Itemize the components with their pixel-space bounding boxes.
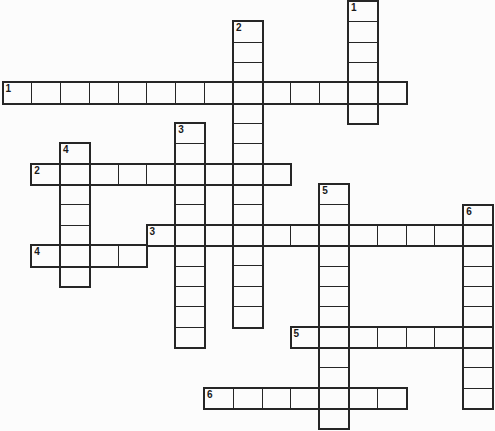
down-word-3: 3	[174, 122, 206, 349]
cell-r8-c9[interactable]	[263, 165, 291, 184]
cell-r4-c9[interactable]	[263, 83, 292, 102]
cell-r6-c8[interactable]	[234, 124, 262, 144]
cell-r4-c4[interactable]	[119, 83, 148, 102]
cell-r4-c0[interactable]: 1	[4, 83, 33, 102]
cell-r8-c2[interactable]	[61, 165, 89, 185]
clue-number-down-1: 1	[351, 2, 357, 13]
cell-r11-c11[interactable]	[320, 226, 348, 246]
clue-number-across-2: 2	[34, 165, 40, 176]
cell-r9-c6[interactable]	[176, 185, 204, 205]
cell-r12-c3[interactable]	[90, 246, 119, 265]
cell-r9-c11[interactable]: 5	[320, 185, 348, 205]
cell-r13-c8[interactable]	[234, 266, 262, 286]
cell-r8-c7[interactable]	[205, 165, 234, 184]
cell-r14-c6[interactable]	[176, 287, 204, 307]
down-word-6: 6	[462, 204, 494, 411]
cell-r11-c15[interactable]	[435, 226, 464, 245]
cell-r11-c16[interactable]	[464, 226, 492, 246]
cell-r11-c2[interactable]	[61, 226, 89, 246]
cell-r10-c11[interactable]	[320, 205, 348, 225]
cell-r1-c8[interactable]: 2	[234, 22, 262, 42]
cell-r5-c12[interactable]	[349, 104, 377, 123]
cell-r16-c11[interactable]	[320, 328, 348, 348]
cell-r7-c8[interactable]	[234, 144, 262, 164]
down-word-2: 2	[232, 20, 264, 328]
cell-r20-c11[interactable]	[320, 409, 348, 428]
down-word-5: 5	[318, 183, 350, 430]
cell-r16-c14[interactable]	[407, 328, 436, 347]
clue-number-down-4: 4	[63, 144, 69, 155]
cell-r11-c6[interactable]	[176, 226, 204, 246]
cell-r15-c6[interactable]	[176, 307, 204, 327]
cell-r4-c7[interactable]	[205, 83, 234, 102]
cell-r19-c11[interactable]	[320, 389, 348, 409]
cell-r15-c8[interactable]	[234, 307, 262, 326]
cell-r6-c6[interactable]: 3	[176, 124, 204, 144]
cell-r13-c6[interactable]	[176, 267, 204, 287]
clue-number-down-2: 2	[236, 22, 242, 33]
cell-r18-c11[interactable]	[320, 368, 348, 388]
cell-r16-c15[interactable]	[435, 328, 464, 347]
cell-r14-c11[interactable]	[320, 287, 348, 307]
cell-r19-c7[interactable]: 6	[205, 389, 234, 408]
cell-r4-c2[interactable]	[61, 83, 90, 102]
cell-r7-c6[interactable]	[176, 144, 204, 164]
cell-r17-c16[interactable]	[464, 348, 492, 368]
clue-number-across-5: 5	[294, 328, 300, 339]
cell-r4-c1[interactable]	[32, 83, 61, 102]
cell-r11-c10[interactable]	[291, 226, 320, 245]
cell-r8-c5[interactable]	[147, 165, 176, 184]
cell-r4-c6[interactable]	[176, 83, 205, 102]
cell-r10-c16[interactable]: 6	[464, 206, 492, 226]
cell-r16-c12[interactable]	[349, 328, 378, 347]
cell-r1-c12[interactable]	[349, 22, 377, 42]
cell-r8-c1[interactable]: 2	[32, 165, 61, 184]
cell-r13-c16[interactable]	[464, 267, 492, 287]
cell-r12-c2[interactable]	[61, 246, 89, 266]
cell-r2-c8[interactable]	[234, 43, 262, 63]
cell-r18-c16[interactable]	[464, 368, 492, 388]
cell-r17-c11[interactable]	[320, 348, 348, 368]
cell-r19-c12[interactable]	[349, 389, 378, 408]
cell-r12-c16[interactable]	[464, 246, 492, 266]
across-word-6: 6	[203, 387, 408, 410]
clue-number-down-5: 5	[322, 185, 328, 196]
cell-r16-c10[interactable]: 5	[292, 328, 321, 347]
cell-r4-c3[interactable]	[90, 83, 119, 102]
cell-r16-c6[interactable]	[176, 328, 204, 347]
cell-r11-c7[interactable]	[205, 226, 234, 245]
cell-r9-c8[interactable]	[234, 185, 262, 205]
cell-r10-c2[interactable]	[61, 205, 89, 225]
cell-r10-c6[interactable]	[176, 205, 204, 225]
cell-r10-c8[interactable]	[234, 205, 262, 225]
down-word-4: 4	[59, 142, 91, 287]
cell-r13-c11[interactable]	[320, 267, 348, 287]
cell-r12-c4[interactable]	[119, 246, 147, 265]
cell-r14-c16[interactable]	[464, 287, 492, 307]
cell-r12-c1[interactable]: 4	[32, 246, 61, 265]
cell-r8-c4[interactable]	[119, 165, 148, 184]
cell-r19-c13[interactable]	[378, 389, 406, 408]
clue-number-across-4: 4	[34, 246, 40, 257]
cell-r4-c11[interactable]	[320, 83, 349, 102]
cell-r4-c5[interactable]	[147, 83, 176, 102]
cell-r12-c11[interactable]	[320, 246, 348, 266]
cell-r4-c12[interactable]	[349, 83, 377, 103]
cell-r19-c8[interactable]	[234, 389, 263, 408]
cell-r0-c12[interactable]: 1	[349, 2, 377, 22]
cell-r16-c16[interactable]	[464, 328, 492, 348]
cell-r4-c10[interactable]	[291, 83, 320, 102]
clue-number-down-6: 6	[466, 206, 472, 217]
cell-r11-c12[interactable]	[349, 226, 378, 245]
cell-r13-c2[interactable]	[61, 267, 89, 286]
cell-r19-c10[interactable]	[291, 389, 320, 408]
cell-r11-c5[interactable]: 3	[148, 226, 177, 245]
cell-r2-c12[interactable]	[349, 43, 377, 63]
cell-r8-c3[interactable]	[90, 165, 119, 184]
cell-r12-c8[interactable]	[234, 246, 262, 266]
cell-r4-c13[interactable]	[378, 83, 406, 102]
clue-number-across-6: 6	[207, 389, 213, 400]
cell-r7-c2[interactable]: 4	[61, 144, 89, 164]
cell-r4-c8[interactable]	[234, 83, 262, 103]
clue-number-down-3: 3	[178, 124, 184, 135]
cell-r8-c6[interactable]	[176, 165, 204, 185]
cell-r19-c16[interactable]	[464, 389, 492, 408]
cell-r11-c9[interactable]	[263, 226, 292, 245]
cell-r15-c16[interactable]	[464, 307, 492, 327]
cell-r9-c2[interactable]	[61, 185, 89, 205]
cell-r8-c8[interactable]	[234, 165, 262, 185]
crossword-board: 123456123456	[0, 0, 495, 431]
cell-r11-c14[interactable]	[407, 226, 436, 245]
clue-number-across-3: 3	[150, 226, 156, 237]
clue-number-across-1: 1	[6, 83, 12, 94]
cell-r12-c6[interactable]	[176, 246, 204, 266]
cell-r5-c8[interactable]	[234, 104, 262, 124]
cell-r16-c13[interactable]	[378, 328, 407, 347]
cell-r19-c9[interactable]	[263, 389, 292, 408]
down-word-1: 1	[347, 0, 379, 125]
cell-r14-c8[interactable]	[234, 287, 262, 307]
cell-r15-c11[interactable]	[320, 307, 348, 327]
cell-r11-c8[interactable]	[234, 226, 262, 246]
cell-r3-c12[interactable]	[349, 63, 377, 83]
cell-r11-c13[interactable]	[378, 226, 407, 245]
cell-r3-c8[interactable]	[234, 63, 262, 83]
